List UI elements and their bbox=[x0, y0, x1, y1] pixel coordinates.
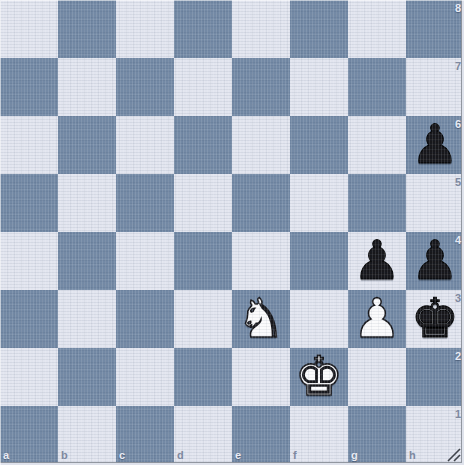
square-a7[interactable] bbox=[0, 58, 58, 116]
chess-board: 876♟5♟4♟♞♟3♚♚2abcdefg1h bbox=[0, 0, 464, 464]
rank-label-8: 8 bbox=[455, 3, 461, 14]
square-d1[interactable]: d bbox=[174, 406, 232, 464]
square-e8[interactable] bbox=[232, 0, 290, 58]
square-c5[interactable] bbox=[116, 174, 174, 232]
square-h5[interactable]: 5 bbox=[406, 174, 464, 232]
file-label-a: a bbox=[3, 450, 9, 461]
square-b2[interactable] bbox=[58, 348, 116, 406]
square-a6[interactable] bbox=[0, 116, 58, 174]
square-c4[interactable] bbox=[116, 232, 174, 290]
square-e4[interactable] bbox=[232, 232, 290, 290]
rank-label-4: 4 bbox=[455, 235, 461, 246]
white-knight-e3[interactable]: ♞ bbox=[232, 290, 290, 348]
square-f7[interactable] bbox=[290, 58, 348, 116]
square-f2[interactable]: ♚ bbox=[290, 348, 348, 406]
square-f3[interactable] bbox=[290, 290, 348, 348]
square-c1[interactable]: c bbox=[116, 406, 174, 464]
square-g1[interactable]: g bbox=[348, 406, 406, 464]
file-label-g: g bbox=[351, 450, 358, 461]
square-b8[interactable] bbox=[58, 0, 116, 58]
square-d4[interactable] bbox=[174, 232, 232, 290]
square-g7[interactable] bbox=[348, 58, 406, 116]
rank-label-5: 5 bbox=[455, 177, 461, 188]
square-a1[interactable]: a bbox=[0, 406, 58, 464]
file-label-d: d bbox=[177, 450, 184, 461]
square-c7[interactable] bbox=[116, 58, 174, 116]
board-wrap: 876♟5♟4♟♞♟3♚♚2abcdefg1h bbox=[0, 0, 464, 465]
square-h8[interactable]: 8 bbox=[406, 0, 464, 58]
square-d6[interactable] bbox=[174, 116, 232, 174]
square-h2[interactable]: 2 bbox=[406, 348, 464, 406]
board-resize-handle-icon[interactable] bbox=[447, 448, 461, 462]
square-d3[interactable] bbox=[174, 290, 232, 348]
white-pawn-g3[interactable]: ♟ bbox=[348, 290, 406, 348]
white-king-f2[interactable]: ♚ bbox=[290, 348, 348, 406]
file-label-f: f bbox=[293, 450, 297, 461]
file-label-h: h bbox=[409, 450, 416, 461]
square-b6[interactable] bbox=[58, 116, 116, 174]
square-c3[interactable] bbox=[116, 290, 174, 348]
rank-label-3: 3 bbox=[455, 293, 461, 304]
square-g2[interactable] bbox=[348, 348, 406, 406]
square-f1[interactable]: f bbox=[290, 406, 348, 464]
file-label-b: b bbox=[61, 450, 68, 461]
square-b3[interactable] bbox=[58, 290, 116, 348]
rank-label-6: 6 bbox=[455, 119, 461, 130]
square-g3[interactable]: ♟ bbox=[348, 290, 406, 348]
square-a3[interactable] bbox=[0, 290, 58, 348]
square-g8[interactable] bbox=[348, 0, 406, 58]
square-e1[interactable]: e bbox=[232, 406, 290, 464]
square-c2[interactable] bbox=[116, 348, 174, 406]
square-g4[interactable]: ♟ bbox=[348, 232, 406, 290]
square-c8[interactable] bbox=[116, 0, 174, 58]
square-d7[interactable] bbox=[174, 58, 232, 116]
square-d8[interactable] bbox=[174, 0, 232, 58]
square-g6[interactable] bbox=[348, 116, 406, 174]
file-label-e: e bbox=[235, 450, 241, 461]
square-h4[interactable]: 4♟ bbox=[406, 232, 464, 290]
square-b7[interactable] bbox=[58, 58, 116, 116]
square-a4[interactable] bbox=[0, 232, 58, 290]
square-d2[interactable] bbox=[174, 348, 232, 406]
square-a5[interactable] bbox=[0, 174, 58, 232]
rank-label-2: 2 bbox=[455, 351, 461, 362]
square-c6[interactable] bbox=[116, 116, 174, 174]
square-b5[interactable] bbox=[58, 174, 116, 232]
square-f6[interactable] bbox=[290, 116, 348, 174]
square-h7[interactable]: 7 bbox=[406, 58, 464, 116]
rank-label-7: 7 bbox=[455, 61, 461, 72]
square-b1[interactable]: b bbox=[58, 406, 116, 464]
black-pawn-g4[interactable]: ♟ bbox=[348, 232, 406, 290]
rank-label-1: 1 bbox=[455, 409, 461, 420]
square-f8[interactable] bbox=[290, 0, 348, 58]
square-e2[interactable] bbox=[232, 348, 290, 406]
square-f4[interactable] bbox=[290, 232, 348, 290]
file-label-c: c bbox=[119, 450, 125, 461]
square-e5[interactable] bbox=[232, 174, 290, 232]
square-a8[interactable] bbox=[0, 0, 58, 58]
square-e7[interactable] bbox=[232, 58, 290, 116]
square-f5[interactable] bbox=[290, 174, 348, 232]
square-h3[interactable]: 3♚ bbox=[406, 290, 464, 348]
square-a2[interactable] bbox=[0, 348, 58, 406]
square-e3[interactable]: ♞ bbox=[232, 290, 290, 348]
square-e6[interactable] bbox=[232, 116, 290, 174]
square-b4[interactable] bbox=[58, 232, 116, 290]
square-d5[interactable] bbox=[174, 174, 232, 232]
square-h6[interactable]: 6♟ bbox=[406, 116, 464, 174]
square-g5[interactable] bbox=[348, 174, 406, 232]
